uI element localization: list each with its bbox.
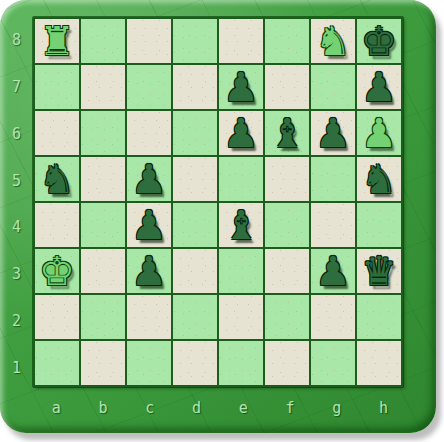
square-f8[interactable] (265, 19, 309, 63)
square-g7[interactable] (311, 65, 355, 109)
piece-black-pawn-e7[interactable]: ♟ (219, 65, 263, 109)
square-a1[interactable] (35, 341, 79, 385)
square-c7[interactable] (127, 65, 171, 109)
square-b5[interactable] (81, 157, 125, 201)
square-f6[interactable]: ♝ (265, 111, 309, 155)
square-e3[interactable] (219, 249, 263, 293)
square-g5[interactable] (311, 157, 355, 201)
square-b7[interactable] (81, 65, 125, 109)
square-c5[interactable]: ♟ (127, 157, 171, 201)
square-h8[interactable]: ♚ (357, 19, 401, 63)
file-label-c: c (127, 391, 174, 425)
square-f2[interactable] (265, 295, 309, 339)
piece-black-pawn-h7[interactable]: ♟ (357, 65, 401, 109)
file-label-e: e (220, 391, 267, 425)
square-f5[interactable] (265, 157, 309, 201)
file-label-b: b (80, 391, 127, 425)
square-d2[interactable] (173, 295, 217, 339)
square-b8[interactable] (81, 19, 125, 63)
file-label-d: d (173, 391, 220, 425)
piece-black-knight-a5[interactable]: ♞ (35, 157, 79, 201)
square-e5[interactable] (219, 157, 263, 201)
piece-black-pawn-e6[interactable]: ♟ (219, 111, 263, 155)
piece-black-pawn-c4[interactable]: ♟ (127, 203, 171, 247)
square-g6[interactable]: ♟ (311, 111, 355, 155)
square-h4[interactable] (357, 203, 401, 247)
square-h5[interactable]: ♞ (357, 157, 401, 201)
square-g4[interactable] (311, 203, 355, 247)
square-b2[interactable] (81, 295, 125, 339)
square-e1[interactable] (219, 341, 263, 385)
square-d6[interactable] (173, 111, 217, 155)
square-d5[interactable] (173, 157, 217, 201)
rank-label-5: 5 (0, 157, 33, 204)
square-d1[interactable] (173, 341, 217, 385)
square-f7[interactable] (265, 65, 309, 109)
rank-label-4: 4 (0, 204, 33, 251)
rank-label-6: 6 (0, 111, 33, 158)
rank-label-3: 3 (0, 251, 33, 298)
square-d8[interactable] (173, 19, 217, 63)
square-a4[interactable] (35, 203, 79, 247)
square-e6[interactable]: ♟ (219, 111, 263, 155)
square-d7[interactable] (173, 65, 217, 109)
square-a3[interactable]: ♚ (35, 249, 79, 293)
square-c1[interactable] (127, 341, 171, 385)
square-a2[interactable] (35, 295, 79, 339)
piece-black-pawn-g3[interactable]: ♟ (311, 249, 355, 293)
rank-labels: 87654321 (0, 17, 33, 391)
piece-black-pawn-c3[interactable]: ♟ (127, 249, 171, 293)
square-c4[interactable]: ♟ (127, 203, 171, 247)
piece-white-rook-a8[interactable]: ♜ (35, 19, 79, 63)
piece-black-knight-h5[interactable]: ♞ (357, 157, 401, 201)
square-g2[interactable] (311, 295, 355, 339)
square-b4[interactable] (81, 203, 125, 247)
square-h6[interactable]: ♟ (357, 111, 401, 155)
piece-black-pawn-c5[interactable]: ♟ (127, 157, 171, 201)
piece-black-bishop-e4[interactable]: ♝ (219, 203, 263, 247)
piece-black-king-h8[interactable]: ♚ (357, 19, 401, 63)
square-h2[interactable] (357, 295, 401, 339)
square-e8[interactable] (219, 19, 263, 63)
square-g3[interactable]: ♟ (311, 249, 355, 293)
square-h1[interactable] (357, 341, 401, 385)
file-label-f: f (267, 391, 314, 425)
square-c3[interactable]: ♟ (127, 249, 171, 293)
piece-black-queen-h3[interactable]: ♛ (357, 249, 401, 293)
square-a5[interactable]: ♞ (35, 157, 79, 201)
rank-label-1: 1 (0, 344, 33, 391)
piece-white-pawn-h6[interactable]: ♟ (357, 111, 401, 155)
square-a7[interactable] (35, 65, 79, 109)
square-f3[interactable] (265, 249, 309, 293)
square-e2[interactable] (219, 295, 263, 339)
square-a8[interactable]: ♜ (35, 19, 79, 63)
square-b3[interactable] (81, 249, 125, 293)
square-g8[interactable]: ♞ (311, 19, 355, 63)
square-c6[interactable] (127, 111, 171, 155)
square-f4[interactable] (265, 203, 309, 247)
file-label-g: g (314, 391, 361, 425)
chess-board: ♜♞♚♟♟♟♝♟♟♞♟♞♟♝♚♟♟♛ (33, 17, 403, 387)
square-h3[interactable]: ♛ (357, 249, 401, 293)
square-b1[interactable] (81, 341, 125, 385)
square-f1[interactable] (265, 341, 309, 385)
square-d4[interactable] (173, 203, 217, 247)
square-c2[interactable] (127, 295, 171, 339)
square-a6[interactable] (35, 111, 79, 155)
piece-black-bishop-f6[interactable]: ♝ (265, 111, 309, 155)
square-g1[interactable] (311, 341, 355, 385)
file-label-a: a (33, 391, 80, 425)
piece-white-king-a3[interactable]: ♚ (35, 249, 79, 293)
file-labels: abcdefgh (33, 391, 407, 425)
file-label-h: h (360, 391, 407, 425)
square-e4[interactable]: ♝ (219, 203, 263, 247)
rank-label-2: 2 (0, 298, 33, 345)
chess-app-window: 87654321 ♜♞♚♟♟♟♝♟♟♞♟♞♟♝♚♟♟♛ abcdefgh (0, 0, 444, 442)
piece-black-pawn-g6[interactable]: ♟ (311, 111, 355, 155)
piece-white-knight-g8[interactable]: ♞ (311, 19, 355, 63)
rank-label-8: 8 (0, 17, 33, 64)
square-e7[interactable]: ♟ (219, 65, 263, 109)
square-b6[interactable] (81, 111, 125, 155)
square-d3[interactable] (173, 249, 217, 293)
square-c8[interactable] (127, 19, 171, 63)
square-h7[interactable]: ♟ (357, 65, 401, 109)
rank-label-7: 7 (0, 64, 33, 111)
